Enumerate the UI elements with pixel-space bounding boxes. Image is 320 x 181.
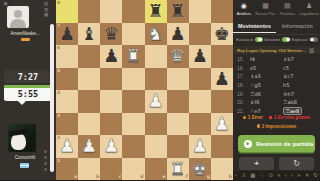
sidebar-mini-icons[interactable]: ▤▥▦: [44, 2, 48, 18]
move-white[interactable]: ♖d6: [250, 91, 261, 97]
coordinate-file: d: [140, 175, 143, 180]
dot-icon: [257, 124, 261, 128]
square-d8[interactable]: [122, 0, 144, 23]
piece-white-p-g2[interactable]: ♟: [189, 135, 211, 158]
toggle-evaluacin[interactable]: Evaluación: [236, 37, 263, 42]
square-e3[interactable]: [145, 113, 167, 136]
board-icon[interactable]: ▦: [250, 171, 255, 180]
avatar-silhouette-head: [14, 10, 22, 18]
bottom-player-flag-badge: [20, 163, 29, 168]
tab-label: Jugadores: [299, 11, 320, 16]
sidebar-mini-icon[interactable]: ▤: [44, 2, 48, 7]
square-h8[interactable]: [211, 0, 233, 23]
analysis-toggles: EvaluaciónVariantesExplicacio...: [236, 37, 318, 42]
coordinate-rank: 4: [57, 91, 60, 96]
piece-black-k-h7[interactable]: ♚: [211, 23, 233, 46]
move-black[interactable]: ♖ab8: [283, 99, 297, 105]
piece-black-q-c7[interactable]: ♛: [100, 23, 122, 46]
mistake-summary-row2: 2 Imprecisiones: [233, 124, 320, 129]
move-black[interactable]: ♗b7: [283, 56, 294, 62]
move-white[interactable]: f4: [250, 56, 255, 62]
sidebar-mini-icon[interactable]: ▦: [44, 13, 48, 18]
piece-white-r-d6[interactable]: ♜: [122, 45, 144, 68]
piece-black-r-e8[interactable]: ♜: [145, 0, 167, 23]
move-row: 18.♘g5h5: [233, 81, 320, 90]
move-white[interactable]: ♘e7: [250, 108, 261, 114]
bottom-toolbar: ‹♙▦♘⊙«‹›»✕↻: [233, 171, 320, 180]
square-h4[interactable]: [211, 90, 233, 113]
move-number: 17.: [233, 73, 250, 79]
square-b8[interactable]: [78, 0, 100, 23]
square-a7[interactable]: ♟7: [56, 23, 78, 46]
square-e7[interactable]: ♞: [145, 23, 167, 46]
avatar-bottom-player[interactable]: [8, 124, 36, 152]
toggle-label: Variantes: [264, 37, 281, 42]
move-row: 19.♖d6♔h7: [233, 89, 320, 98]
tab-icon: ◉: [233, 2, 254, 11]
piece-black-p-h5[interactable]: ♟: [211, 68, 233, 91]
summary-label: 1 Errores graves: [274, 115, 310, 120]
square-f7[interactable]: ♟: [167, 23, 189, 46]
coordinate-file: h: [229, 175, 232, 180]
tab-anlisis[interactable]: ◉Análisis: [233, 2, 254, 16]
piece-black-r-f8[interactable]: ♜: [167, 0, 189, 23]
opening-row[interactable]: Ruy Lopez Opening: Old Steinitz Defense …: [233, 46, 320, 54]
move-number: 19.: [233, 91, 250, 97]
square-e1[interactable]: e: [145, 158, 167, 181]
square-b5[interactable]: [78, 68, 100, 91]
clock-bubble-tail: [18, 101, 26, 105]
square-a4[interactable]: 4: [56, 90, 78, 113]
coordinate-file: c: [119, 175, 122, 180]
square-d7[interactable]: [122, 23, 144, 46]
coordinate-rank: 6: [57, 46, 60, 51]
move-row: 20.♕f6♖ab8: [233, 98, 320, 107]
square-g4[interactable]: [189, 90, 211, 113]
square-a2[interactable]: ♟2: [56, 135, 78, 158]
coordinate-rank: 8: [57, 1, 60, 6]
refresh-icon[interactable]: ↻: [313, 171, 318, 180]
square-e5[interactable]: [145, 68, 167, 91]
coordinate-file: a: [74, 175, 77, 180]
square-c5[interactable]: [100, 68, 122, 91]
square-b6[interactable]: [78, 45, 100, 68]
players-sidebar: ✕ ▤▥▦ ArvenAleske... 7:27 5:55 Comunnitt: [0, 0, 56, 180]
next-move-icon[interactable]: ›: [291, 171, 293, 180]
back-icon[interactable]: ‹: [235, 171, 237, 180]
book-icon: ▥: [309, 47, 314, 53]
coordinate-rank: 7: [57, 24, 60, 29]
skip-start-icon[interactable]: «: [277, 171, 280, 180]
avatar-top-player[interactable]: [7, 6, 29, 28]
move-number: 20.: [233, 99, 250, 105]
move-black[interactable]: c5: [283, 65, 289, 71]
square-g7[interactable]: [189, 23, 211, 46]
square-a5[interactable]: 5: [56, 68, 78, 91]
close-icon[interactable]: ✕: [305, 171, 310, 180]
move-white[interactable]: e5: [250, 65, 256, 71]
coordinate-rank: 5: [57, 69, 60, 74]
summary-label: 2 Imprecisiones: [262, 124, 297, 129]
square-h2[interactable]: [211, 135, 233, 158]
piece-black-p-f7[interactable]: ♟: [167, 23, 189, 46]
coordinate-rank: 1: [57, 159, 60, 164]
square-h7[interactable]: ♚: [211, 23, 233, 46]
move-row: 17.♗a3♕c7: [233, 72, 320, 81]
pieces-icon[interactable]: ♙: [241, 171, 246, 180]
square-h6[interactable]: [211, 45, 233, 68]
tab-nuevapar[interactable]: ▦Nueva Par...: [255, 2, 276, 16]
coordinate-file: g: [207, 175, 210, 180]
square-h3[interactable]: ♟: [211, 113, 233, 136]
move-number: 21.: [233, 108, 250, 114]
reset-button[interactable]: ↻: [279, 157, 314, 170]
panel-subtabs: MovimientosInformación: [233, 23, 320, 33]
square-d3[interactable]: [122, 113, 144, 136]
subtab-información[interactable]: Información: [276, 23, 319, 33]
toggle-switch[interactable]: [310, 37, 318, 42]
piece-white-p-h3[interactable]: ♟: [211, 113, 233, 136]
square-icon: [269, 116, 273, 120]
move-number: 15.: [233, 56, 250, 62]
mistake-summary-row1: 1 Error1 Errores graves: [233, 115, 320, 120]
piece-white-n-e7[interactable]: ♞: [145, 23, 167, 46]
tab-icon: ▤: [277, 2, 298, 11]
tab-jugadores[interactable]: ♟Jugadores: [299, 2, 320, 16]
square-c4[interactable]: [100, 90, 122, 113]
prev-move-icon[interactable]: ‹: [285, 171, 287, 180]
piece-white-p-e4[interactable]: ♟: [145, 90, 167, 113]
move-white[interactable]: ♘g5: [250, 82, 261, 88]
square-e6[interactable]: [145, 45, 167, 68]
square-g1[interactable]: ♚g: [189, 158, 211, 181]
piece-white-p-b2[interactable]: ♟: [78, 135, 100, 158]
add-variation-button[interactable]: +: [239, 157, 274, 170]
coordinate-file: e: [163, 175, 166, 180]
tab-icon: ♟: [299, 2, 320, 11]
top-player-name[interactable]: ArvenAleske...: [0, 31, 50, 36]
panel-tabs: ◉Análisis▦Nueva Par...▤Partidas♟Jugadore…: [233, 2, 320, 16]
square-b1[interactable]: b: [78, 158, 100, 181]
move-black[interactable]: ♕c7: [283, 73, 293, 79]
tab-partidas[interactable]: ▤Partidas: [277, 2, 298, 16]
tab-label: Análisis: [233, 11, 254, 16]
avatar-silhouette-body: [10, 19, 26, 28]
toggle-variantes[interactable]: Variantes: [264, 37, 290, 42]
square-f6[interactable]: ♛: [167, 45, 189, 68]
toggle-switch[interactable]: [282, 37, 290, 42]
chess-board[interactable]: 8♜♜♟7♝♛♞♟♚6♟♜♛♟5♟4♟3♟♟2♟♟♟1abcde♜f♚gh: [56, 0, 233, 180]
square-g3[interactable]: [189, 113, 211, 136]
summary-1-error: 1 Error: [243, 115, 263, 120]
piece-black-b-b7[interactable]: ♝: [78, 23, 100, 46]
magnifier-icon[interactable]: ⊙: [269, 171, 274, 180]
square-c6[interactable]: ♟: [100, 45, 122, 68]
square-c1[interactable]: c: [100, 158, 122, 181]
move-white[interactable]: ♗a3: [250, 73, 261, 79]
engine-icon[interactable]: ♘: [260, 171, 265, 180]
tab-label: Partidas: [277, 11, 298, 16]
square-f5[interactable]: [167, 68, 189, 91]
square-g8[interactable]: [189, 0, 211, 23]
square-f2[interactable]: [167, 135, 189, 158]
square-h1[interactable]: h: [211, 158, 233, 181]
piece-white-p-c2[interactable]: ♟: [100, 135, 122, 158]
move-black[interactable]: h5: [283, 82, 289, 88]
coordinate-rank: 3: [57, 114, 60, 119]
square-d4[interactable]: [122, 90, 144, 113]
analysis-panel: ◉Análisis▦Nueva Par...▤Partidas♟Jugadore…: [233, 0, 320, 180]
square-d1[interactable]: d: [122, 158, 144, 181]
square-g2[interactable]: ♟: [189, 135, 211, 158]
square-f4[interactable]: [167, 90, 189, 113]
game-review-button[interactable]: Revisión de partida: [238, 135, 315, 152]
opening-name: Ruy Lopez Opening: Old Steinitz Defense: [237, 48, 307, 53]
square-b2[interactable]: ♟: [78, 135, 100, 158]
top-player-clock: 7:27: [4, 70, 52, 83]
square-g6[interactable]: ♟: [189, 45, 211, 68]
coordinate-file: f: [186, 175, 188, 180]
square-c2[interactable]: ♟: [100, 135, 122, 158]
move-number: 16.: [233, 65, 250, 71]
square-e2[interactable]: [145, 135, 167, 158]
summary-2-imprecisiones: 2 Imprecisiones: [257, 124, 297, 129]
square-f1[interactable]: ♜f: [167, 158, 189, 181]
skip-end-icon[interactable]: »: [297, 171, 300, 180]
square-e4[interactable]: ♟: [145, 90, 167, 113]
square-a8[interactable]: 8: [56, 0, 78, 23]
dot-icon: [243, 116, 247, 120]
square-h5[interactable]: ♟: [211, 68, 233, 91]
piece-black-p-c6[interactable]: ♟: [100, 45, 122, 68]
toggle-explicacio[interactable]: Explicacio...: [291, 37, 318, 42]
app-window: ✕ ▤▥▦ ArvenAleske... 7:27 5:55 Comunnitt…: [0, 0, 320, 180]
move-black[interactable]: ♖ae8: [283, 107, 302, 115]
square-a1[interactable]: 1a: [56, 158, 78, 181]
tab-icon: ▦: [255, 2, 276, 11]
move-row: 16.e5c5: [233, 64, 320, 73]
square-a3[interactable]: 3: [56, 113, 78, 136]
toggle-switch[interactable]: [255, 37, 263, 42]
move-row: 15.f4♗b7: [233, 55, 320, 64]
square-g5[interactable]: [189, 68, 211, 91]
square-f8[interactable]: ♜: [167, 0, 189, 23]
toggle-label: Evaluación: [236, 37, 253, 42]
sidebar-markers: [44, 150, 47, 171]
square-c3[interactable]: [100, 113, 122, 136]
sidebar-scrollbar[interactable]: [50, 24, 54, 172]
square-c7[interactable]: ♛: [100, 23, 122, 46]
square-a6[interactable]: 6: [56, 45, 78, 68]
square-e8[interactable]: ♜: [145, 0, 167, 23]
piece-white-q-f6[interactable]: ♛: [167, 45, 189, 68]
tab-label: Nueva Par...: [255, 11, 276, 16]
square-b7[interactable]: ♝: [78, 23, 100, 46]
subtab-movimientos[interactable]: Movimientos: [233, 23, 276, 33]
move-list: 15.f4♗b716.e5c517.♗a3♕c718.♘g5h519.♖d6♔h…: [233, 55, 320, 115]
bottom-player-clock: 5:55: [4, 85, 52, 105]
move-white[interactable]: ♕f6: [250, 99, 259, 105]
move-black[interactable]: ♔h7: [283, 91, 294, 97]
bottom-player-name[interactable]: Comunnitt: [0, 155, 50, 160]
summary-label: 1 Error: [248, 115, 263, 120]
square-b3[interactable]: [78, 113, 100, 136]
square-f3[interactable]: [167, 113, 189, 136]
coordinate-rank: 2: [57, 136, 60, 141]
piece-black-p-g6[interactable]: ♟: [189, 45, 211, 68]
coordinate-file: b: [96, 175, 99, 180]
square-d2[interactable]: [122, 135, 144, 158]
review-magnifier-icon: [244, 140, 252, 148]
square-d5[interactable]: [122, 68, 144, 91]
square-b4[interactable]: [78, 90, 100, 113]
summary-1-errores-graves: 1 Errores graves: [269, 115, 310, 120]
toggle-label: Explicacio...: [291, 37, 308, 42]
square-d6[interactable]: ♜: [122, 45, 144, 68]
top-player-flair: [21, 38, 30, 41]
square-c8[interactable]: [100, 0, 122, 23]
move-row: 21.♘e7♖ae8: [233, 107, 320, 116]
move-number: 18.: [233, 82, 250, 88]
subtab-divider: [233, 34, 320, 35]
